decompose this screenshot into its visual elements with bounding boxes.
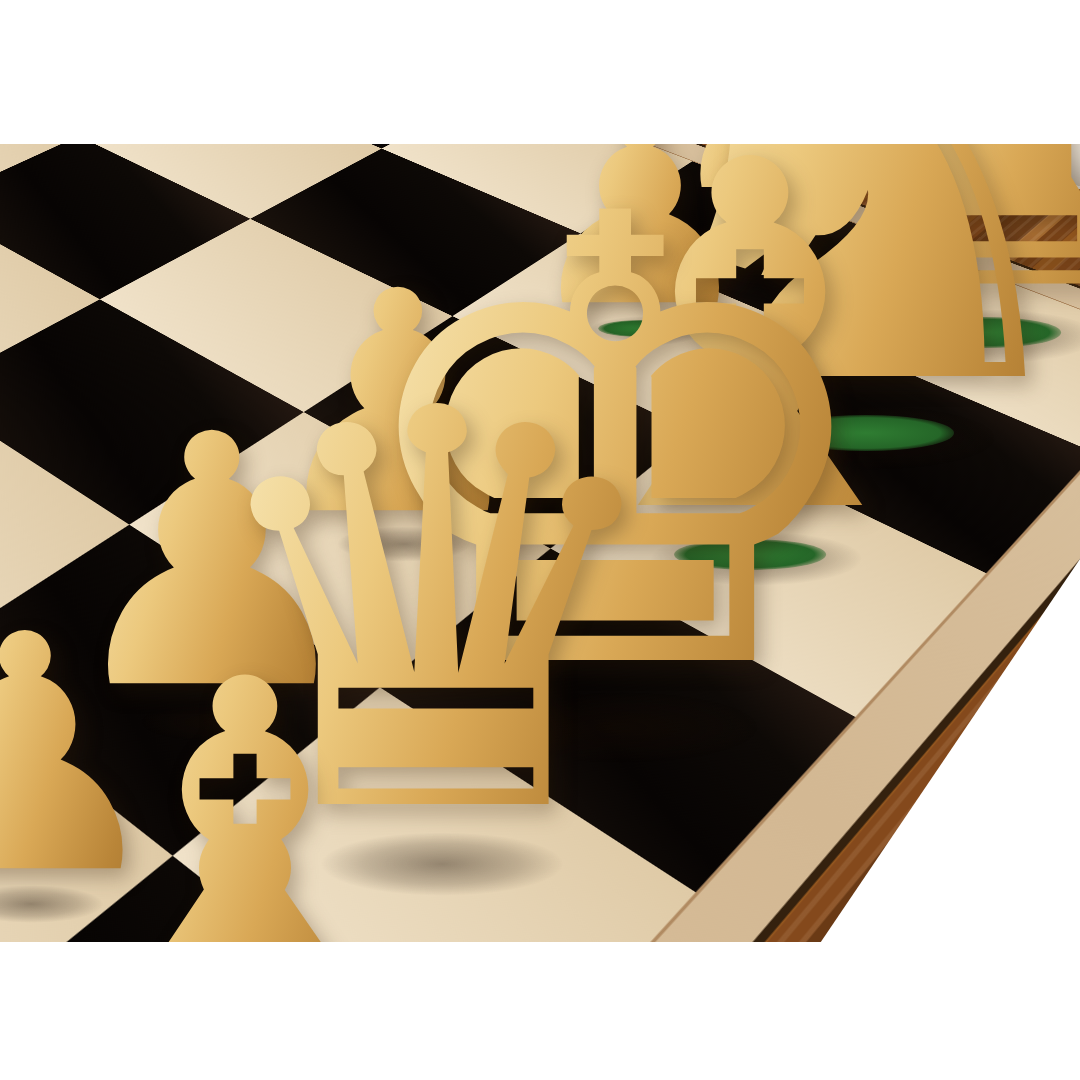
page-background: ♟♟♜♞♟♝♟♚♛♟♝	[0, 0, 1080, 1080]
chess-set-photo: ♟♟♜♞♟♝♟♚♛♟♝	[0, 144, 1080, 942]
